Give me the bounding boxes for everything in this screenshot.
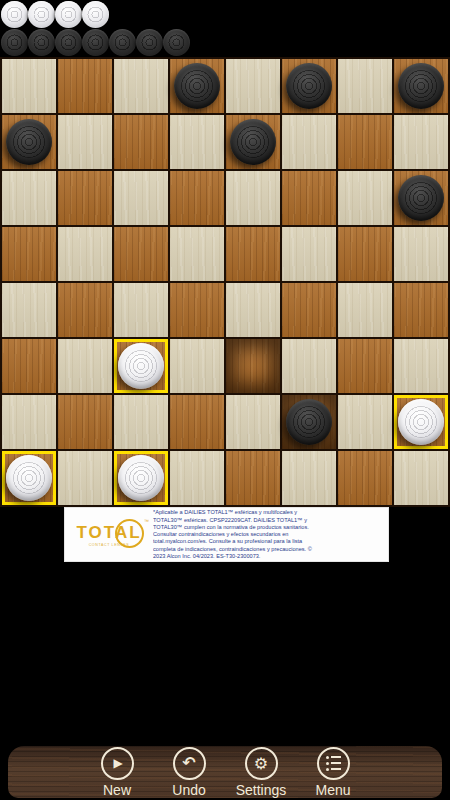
piece-rings	[181, 70, 213, 102]
board-square-r7c8[interactable]	[394, 395, 448, 449]
settings-button-label: Settings	[236, 782, 287, 798]
board-square-r4c1[interactable]	[2, 227, 56, 281]
tray-white-piece	[82, 1, 109, 28]
ad-body-text: *Aplicable a DAILIES TOTAL1™ esféricas y…	[153, 509, 318, 561]
piece-rings	[60, 34, 78, 52]
black-piece[interactable]	[230, 119, 276, 165]
board-square-r3c7[interactable]	[338, 171, 392, 225]
tray-dark-piece	[163, 29, 190, 56]
board-square-r4c5[interactable]	[226, 227, 280, 281]
piece-rings	[87, 34, 105, 52]
board-square-r2c5[interactable]	[226, 115, 280, 169]
ad-logo-word: TOTAL	[76, 523, 141, 542]
black-piece[interactable]	[6, 119, 52, 165]
piece-rings	[13, 462, 45, 494]
ad-logo-trademark: ™	[144, 518, 149, 524]
undo-button-label: Undo	[172, 782, 205, 798]
board-square-r1c2[interactable]	[58, 59, 112, 113]
piece-rings	[405, 182, 437, 214]
new-button-label: New	[103, 782, 131, 798]
board-square-r4c2[interactable]	[58, 227, 112, 281]
board-square-r6c1[interactable]	[2, 339, 56, 393]
board-square-r8c1[interactable]	[2, 451, 56, 505]
piece-rings	[405, 70, 437, 102]
board-square-r2c1[interactable]	[2, 115, 56, 169]
tray-white-piece	[28, 1, 55, 28]
piece-rings	[6, 6, 24, 24]
board-square-r4c8[interactable]	[394, 227, 448, 281]
menu-button-label: Menu	[315, 782, 350, 798]
settings-button[interactable]: ⚙ Settings	[233, 747, 289, 798]
board	[0, 57, 450, 507]
board-square-r3c6[interactable]	[282, 171, 336, 225]
board-square-r1c1[interactable]	[2, 59, 56, 113]
board-square-r1c7[interactable]	[338, 59, 392, 113]
board-square-r3c1[interactable]	[2, 171, 56, 225]
board-square-r5c2[interactable]	[58, 283, 112, 337]
white-piece[interactable]	[118, 455, 164, 501]
board-square-r1c6[interactable]	[282, 59, 336, 113]
board-square-r7c2[interactable]	[58, 395, 112, 449]
board-square-r3c3[interactable]	[114, 171, 168, 225]
board-square-r7c5[interactable]	[226, 395, 280, 449]
board-square-r7c3[interactable]	[114, 395, 168, 449]
board-square-r8c7[interactable]	[338, 451, 392, 505]
tray-dark-piece	[136, 29, 163, 56]
board-square-r4c4[interactable]	[170, 227, 224, 281]
piece-rings	[33, 34, 51, 52]
piece-rings	[405, 406, 437, 438]
board-square-r8c4[interactable]	[170, 451, 224, 505]
board-square-r5c4[interactable]	[170, 283, 224, 337]
board-square-r2c8[interactable]	[394, 115, 448, 169]
black-piece[interactable]	[286, 63, 332, 109]
board-square-r3c5[interactable]	[226, 171, 280, 225]
ad-banner[interactable]: TOTAL ™ CONTACT LENSES *Aplicable a DAIL…	[65, 508, 388, 561]
gear-icon: ⚙	[245, 747, 278, 780]
undo-button[interactable]: ↶ Undo	[161, 747, 217, 798]
piece-rings	[33, 6, 51, 24]
piece-rings	[125, 350, 157, 382]
tray-dark-piece	[109, 29, 136, 56]
board-square-r6c5[interactable]	[226, 339, 280, 393]
piece-rings	[141, 34, 159, 52]
board-square-r8c2[interactable]	[58, 451, 112, 505]
board-square-r2c4[interactable]	[170, 115, 224, 169]
piece-rings	[125, 462, 157, 494]
black-piece[interactable]	[286, 399, 332, 445]
black-piece[interactable]	[398, 63, 444, 109]
board-square-r7c1[interactable]	[2, 395, 56, 449]
board-square-r5c8[interactable]	[394, 283, 448, 337]
white-piece[interactable]	[118, 343, 164, 389]
tray-white-pieces	[1, 1, 109, 28]
board-square-r8c3[interactable]	[114, 451, 168, 505]
board-square-r1c8[interactable]	[394, 59, 448, 113]
menu-button[interactable]: Menu	[305, 747, 361, 798]
piece-rings	[60, 6, 78, 24]
board-square-r6c2[interactable]	[58, 339, 112, 393]
board-square-r4c3[interactable]	[114, 227, 168, 281]
board-square-r2c7[interactable]	[338, 115, 392, 169]
tray-white-piece	[1, 1, 28, 28]
tray-dark-piece	[82, 29, 109, 56]
piece-rings	[293, 406, 325, 438]
board-square-r6c6[interactable]	[282, 339, 336, 393]
piece-rings	[237, 126, 269, 158]
black-piece[interactable]	[398, 175, 444, 221]
board-square-r5c6[interactable]	[282, 283, 336, 337]
board-square-r4c7[interactable]	[338, 227, 392, 281]
board-square-r3c8[interactable]	[394, 171, 448, 225]
piece-rings	[87, 6, 105, 24]
board-square-r1c3[interactable]	[114, 59, 168, 113]
board-square-r6c3[interactable]	[114, 339, 168, 393]
play-icon: ▶	[101, 747, 134, 780]
board-square-r4c6[interactable]	[282, 227, 336, 281]
board-square-r6c4[interactable]	[170, 339, 224, 393]
tray-dark-pieces	[1, 29, 190, 56]
piece-rings	[13, 126, 45, 158]
board-square-r2c3[interactable]	[114, 115, 168, 169]
board-square-r5c5[interactable]	[226, 283, 280, 337]
board-square-r5c1[interactable]	[2, 283, 56, 337]
board-square-r7c4[interactable]	[170, 395, 224, 449]
board-square-r2c2[interactable]	[58, 115, 112, 169]
white-piece[interactable]	[6, 455, 52, 501]
board-square-r8c8[interactable]	[394, 451, 448, 505]
board-square-r8c5[interactable]	[226, 451, 280, 505]
list-icon	[317, 747, 350, 780]
bottom-toolbar: ▶ New ↶ Undo ⚙ Settings Menu	[8, 746, 442, 798]
tray-dark-piece	[1, 29, 28, 56]
board-square-r3c4[interactable]	[170, 171, 224, 225]
board-square-r7c7[interactable]	[338, 395, 392, 449]
new-game-button[interactable]: ▶ New	[89, 747, 145, 798]
tray-white-piece	[55, 1, 82, 28]
board-square-r5c3[interactable]	[114, 283, 168, 337]
undo-icon: ↶	[173, 747, 206, 780]
checkers-app-screen: TOTAL ™ CONTACT LENSES *Aplicable a DAIL…	[0, 0, 450, 800]
board-square-r2c6[interactable]	[282, 115, 336, 169]
piece-rings	[168, 34, 186, 52]
board-square-r8c6[interactable]	[282, 451, 336, 505]
board-square-r6c8[interactable]	[394, 339, 448, 393]
piece-rings	[293, 70, 325, 102]
piece-rings	[114, 34, 132, 52]
board-square-r3c2[interactable]	[58, 171, 112, 225]
black-piece[interactable]	[174, 63, 220, 109]
board-square-r7c6[interactable]	[282, 395, 336, 449]
piece-rings	[6, 34, 24, 52]
ad-logo: TOTAL ™ CONTACT LENSES	[65, 520, 153, 549]
tray-dark-piece	[28, 29, 55, 56]
board-square-r5c7[interactable]	[338, 283, 392, 337]
tray-dark-piece	[55, 29, 82, 56]
white-piece[interactable]	[398, 399, 444, 445]
board-square-r1c4[interactable]	[170, 59, 224, 113]
board-square-r1c5[interactable]	[226, 59, 280, 113]
board-square-r6c7[interactable]	[338, 339, 392, 393]
